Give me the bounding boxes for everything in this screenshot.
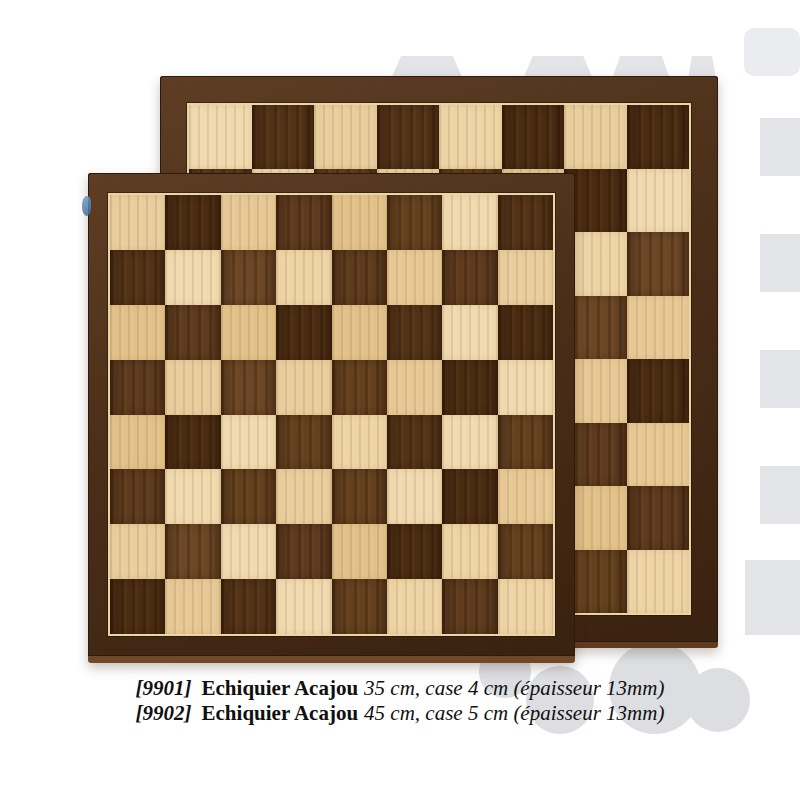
square-g5 xyxy=(442,360,497,415)
product-name: Echiquier Acajou xyxy=(202,701,359,725)
square-h5 xyxy=(627,296,690,360)
square-b8 xyxy=(165,195,220,250)
square-c2 xyxy=(221,524,276,579)
square-a8 xyxy=(110,195,165,250)
product-ref: [9901] xyxy=(136,676,192,700)
square-f8 xyxy=(387,195,442,250)
square-c3 xyxy=(221,469,276,524)
chessboard-35cm-front xyxy=(88,173,575,663)
square-a4 xyxy=(110,415,165,470)
square-d6 xyxy=(276,305,331,360)
square-c8 xyxy=(314,105,377,169)
square-h7 xyxy=(498,250,553,305)
caption: [9901]Echiquier Acajou35 cm, case 4 cm (… xyxy=(0,676,800,726)
square-g3 xyxy=(442,469,497,524)
square-e1 xyxy=(332,579,387,634)
square-b1 xyxy=(165,579,220,634)
product-specs: 45 cm, case 5 cm (épaisseur 13mm) xyxy=(364,701,664,725)
square-h3 xyxy=(627,423,690,487)
square-b8 xyxy=(252,105,315,169)
square-d1 xyxy=(276,579,331,634)
square-h7 xyxy=(627,169,690,233)
square-h4 xyxy=(627,359,690,423)
square-c8 xyxy=(221,195,276,250)
square-f8 xyxy=(502,105,565,169)
square-f5 xyxy=(387,360,442,415)
square-f1 xyxy=(387,579,442,634)
watermark-shape xyxy=(744,28,800,76)
square-g1 xyxy=(442,579,497,634)
square-c6 xyxy=(221,305,276,360)
square-c4 xyxy=(221,415,276,470)
product-line-9901: [9901]Echiquier Acajou35 cm, case 4 cm (… xyxy=(0,676,800,701)
square-h6 xyxy=(627,232,690,296)
square-h8 xyxy=(627,105,690,169)
square-d2 xyxy=(276,524,331,579)
square-e6 xyxy=(332,305,387,360)
square-h5 xyxy=(498,360,553,415)
square-a3 xyxy=(110,469,165,524)
square-h1 xyxy=(627,550,690,614)
square-e4 xyxy=(332,415,387,470)
square-e8 xyxy=(439,105,502,169)
square-h8 xyxy=(498,195,553,250)
catalog-page: [9901]Echiquier Acajou35 cm, case 4 cm (… xyxy=(0,0,800,800)
square-a1 xyxy=(110,579,165,634)
square-c5 xyxy=(221,360,276,415)
square-g4 xyxy=(442,415,497,470)
square-g8 xyxy=(564,105,627,169)
square-d3 xyxy=(276,469,331,524)
watermark-checker-shape xyxy=(760,118,800,176)
square-b7 xyxy=(165,250,220,305)
product-ref: [9902] xyxy=(136,701,192,725)
square-f3 xyxy=(387,469,442,524)
product-specs: 35 cm, case 4 cm (épaisseur 13mm) xyxy=(364,676,664,700)
square-d5 xyxy=(276,360,331,415)
square-h4 xyxy=(498,415,553,470)
square-a8 xyxy=(189,105,252,169)
square-d4 xyxy=(276,415,331,470)
square-h3 xyxy=(498,469,553,524)
square-e7 xyxy=(332,250,387,305)
product-name: Echiquier Acajou xyxy=(202,676,359,700)
square-a5 xyxy=(110,360,165,415)
square-g7 xyxy=(442,250,497,305)
square-b6 xyxy=(165,305,220,360)
square-g8 xyxy=(442,195,497,250)
square-e5 xyxy=(332,360,387,415)
square-f4 xyxy=(387,415,442,470)
square-d7 xyxy=(276,250,331,305)
square-f6 xyxy=(387,305,442,360)
square-b4 xyxy=(165,415,220,470)
chessboard-35cm-playfield xyxy=(108,193,555,636)
square-d8 xyxy=(276,195,331,250)
square-b3 xyxy=(165,469,220,524)
square-h1 xyxy=(498,579,553,634)
square-a7 xyxy=(110,250,165,305)
square-g6 xyxy=(442,305,497,360)
square-g2 xyxy=(442,524,497,579)
square-a6 xyxy=(110,305,165,360)
square-c7 xyxy=(221,250,276,305)
watermark-checker-shape xyxy=(745,560,800,635)
square-b2 xyxy=(165,524,220,579)
square-c1 xyxy=(221,579,276,634)
photo-artifact xyxy=(82,196,91,216)
square-d8 xyxy=(377,105,440,169)
square-h6 xyxy=(498,305,553,360)
square-e3 xyxy=(332,469,387,524)
square-b5 xyxy=(165,360,220,415)
square-h2 xyxy=(498,524,553,579)
square-a2 xyxy=(110,524,165,579)
square-f7 xyxy=(387,250,442,305)
square-f2 xyxy=(387,524,442,579)
square-h2 xyxy=(627,486,690,550)
product-line-9902: [9902]Echiquier Acajou45 cm, case 5 cm (… xyxy=(0,701,800,726)
watermark-checker-shape xyxy=(760,350,800,408)
watermark-checker-shape xyxy=(760,234,800,292)
square-e2 xyxy=(332,524,387,579)
square-e8 xyxy=(332,195,387,250)
watermark-checker-shape xyxy=(760,466,800,524)
